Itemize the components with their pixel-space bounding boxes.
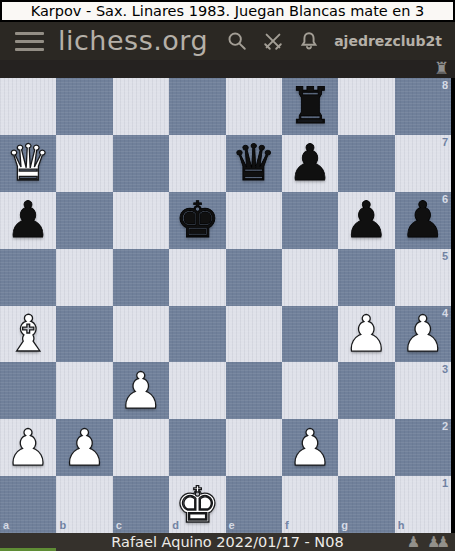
- square-b8[interactable]: [56, 78, 112, 135]
- piece-white-queen[interactable]: ♛: [0, 135, 56, 192]
- username[interactable]: ajedrezclub2t: [334, 33, 442, 49]
- piece-black-pawn[interactable]: ♟: [0, 192, 56, 249]
- square-f7[interactable]: ♟: [282, 135, 338, 192]
- file-label-h: h: [398, 520, 405, 531]
- footer-bar: Rafael Aquino 2022/01/17 - N08 ♟ ♟♟: [0, 533, 455, 551]
- rank-label-7: 7: [442, 137, 448, 148]
- square-d2[interactable]: [169, 419, 225, 476]
- rank-label-8: 8: [442, 80, 448, 91]
- piece-black-rook[interactable]: ♜: [282, 78, 338, 135]
- board-wrap: ♜8♛♛♟7♟♚♟6♟5♝♟4♟♟3♟♟♟2abcd♚efg1h: [0, 78, 455, 533]
- square-h8[interactable]: 8: [395, 78, 451, 135]
- square-f8[interactable]: ♜: [282, 78, 338, 135]
- square-e1[interactable]: e: [226, 476, 282, 533]
- square-c4[interactable]: [113, 306, 169, 363]
- square-f5[interactable]: [282, 249, 338, 306]
- square-b2[interactable]: ♟: [56, 419, 112, 476]
- square-g1[interactable]: g: [338, 476, 394, 533]
- board-top-strip: ♜: [0, 60, 455, 78]
- file-label-e: e: [229, 520, 235, 531]
- site-header: lichess.org ajedrezclub2t: [0, 22, 455, 60]
- square-e6[interactable]: [226, 192, 282, 249]
- square-f6[interactable]: [282, 192, 338, 249]
- square-a7[interactable]: ♛: [0, 135, 56, 192]
- square-d7[interactable]: [169, 135, 225, 192]
- credit-text: Rafael Aquino 2022/01/17 - N08: [111, 533, 343, 551]
- captured-rook-icon: ♜: [434, 58, 449, 78]
- piece-white-pawn[interactable]: ♟: [395, 306, 451, 363]
- file-label-g: g: [341, 520, 348, 531]
- square-b5[interactable]: [56, 249, 112, 306]
- square-a3[interactable]: [0, 362, 56, 419]
- square-b6[interactable]: [56, 192, 112, 249]
- square-d6[interactable]: ♚: [169, 192, 225, 249]
- double-pawn-icon: ♟♟: [427, 533, 450, 551]
- file-label-f: f: [285, 520, 289, 531]
- square-a4[interactable]: ♝: [0, 306, 56, 363]
- square-b1[interactable]: b: [56, 476, 112, 533]
- square-a5[interactable]: [0, 249, 56, 306]
- square-g2[interactable]: [338, 419, 394, 476]
- piece-white-pawn[interactable]: ♟: [56, 419, 112, 476]
- square-h1[interactable]: 1h: [395, 476, 451, 533]
- chess-board[interactable]: ♜8♛♛♟7♟♚♟6♟5♝♟4♟♟3♟♟♟2abcd♚efg1h: [0, 78, 451, 533]
- file-label-a: a: [3, 520, 9, 531]
- piece-black-pawn[interactable]: ♟: [395, 192, 451, 249]
- square-f1[interactable]: f: [282, 476, 338, 533]
- piece-white-king[interactable]: ♚: [169, 476, 225, 533]
- square-e2[interactable]: [226, 419, 282, 476]
- square-a8[interactable]: [0, 78, 56, 135]
- menu-icon[interactable]: [15, 32, 44, 51]
- square-b3[interactable]: [56, 362, 112, 419]
- square-b7[interactable]: [56, 135, 112, 192]
- piece-white-pawn[interactable]: ♟: [338, 306, 394, 363]
- square-h6[interactable]: 6♟: [395, 192, 451, 249]
- square-h7[interactable]: 7: [395, 135, 451, 192]
- square-g8[interactable]: [338, 78, 394, 135]
- square-f4[interactable]: [282, 306, 338, 363]
- square-e8[interactable]: [226, 78, 282, 135]
- square-f2[interactable]: ♟: [282, 419, 338, 476]
- site-logo[interactable]: lichess.org: [58, 22, 208, 60]
- rank-label-3: 3: [442, 364, 448, 375]
- square-d5[interactable]: [169, 249, 225, 306]
- square-c2[interactable]: [113, 419, 169, 476]
- rank-label-2: 2: [442, 421, 448, 432]
- piece-black-king[interactable]: ♚: [169, 192, 225, 249]
- piece-black-pawn[interactable]: ♟: [282, 135, 338, 192]
- file-label-b: b: [59, 520, 66, 531]
- square-a6[interactable]: ♟: [0, 192, 56, 249]
- square-b4[interactable]: [56, 306, 112, 363]
- pawn-icon: ♟: [407, 533, 420, 551]
- crossed-swords-icon[interactable]: [262, 30, 284, 52]
- square-g7[interactable]: [338, 135, 394, 192]
- puzzle-caption: Karpov - Sax. Linares 1983. Juegan Blanc…: [0, 0, 455, 22]
- file-label-c: c: [116, 520, 122, 531]
- piece-black-queen[interactable]: ♛: [226, 135, 282, 192]
- square-d8[interactable]: [169, 78, 225, 135]
- square-e5[interactable]: [226, 249, 282, 306]
- square-c6[interactable]: [113, 192, 169, 249]
- search-icon[interactable]: [226, 30, 248, 52]
- square-a2[interactable]: ♟: [0, 419, 56, 476]
- square-c5[interactable]: [113, 249, 169, 306]
- rank-label-5: 5: [442, 251, 448, 262]
- square-e3[interactable]: [226, 362, 282, 419]
- square-e4[interactable]: [226, 306, 282, 363]
- piece-white-pawn[interactable]: ♟: [0, 419, 56, 476]
- square-g5[interactable]: [338, 249, 394, 306]
- square-h4[interactable]: 4♟: [395, 306, 451, 363]
- square-h3[interactable]: 3: [395, 362, 451, 419]
- square-g6[interactable]: ♟: [338, 192, 394, 249]
- page: Karpov - Sax. Linares 1983. Juegan Blanc…: [0, 0, 455, 551]
- square-a1[interactable]: a: [0, 476, 56, 533]
- puzzle-caption-text: Karpov - Sax. Linares 1983. Juegan Blanc…: [31, 3, 425, 19]
- square-d4[interactable]: [169, 306, 225, 363]
- piece-white-pawn[interactable]: ♟: [113, 362, 169, 419]
- square-c8[interactable]: [113, 78, 169, 135]
- bell-icon[interactable]: [298, 30, 320, 52]
- square-g4[interactable]: ♟: [338, 306, 394, 363]
- square-h5[interactable]: 5: [395, 249, 451, 306]
- square-c3[interactable]: ♟: [113, 362, 169, 419]
- square-e7[interactable]: ♛: [226, 135, 282, 192]
- rank-label-1: 1: [442, 478, 448, 489]
- square-c1[interactable]: c: [113, 476, 169, 533]
- piece-white-pawn[interactable]: ♟: [282, 419, 338, 476]
- square-g3[interactable]: [338, 362, 394, 419]
- square-c7[interactable]: [113, 135, 169, 192]
- square-f3[interactable]: [282, 362, 338, 419]
- square-h2[interactable]: 2: [395, 419, 451, 476]
- piece-white-bishop[interactable]: ♝: [0, 306, 56, 363]
- square-d1[interactable]: d♚: [169, 476, 225, 533]
- piece-black-pawn[interactable]: ♟: [338, 192, 394, 249]
- footer-icons: ♟ ♟♟: [407, 533, 450, 551]
- square-d3[interactable]: [169, 362, 225, 419]
